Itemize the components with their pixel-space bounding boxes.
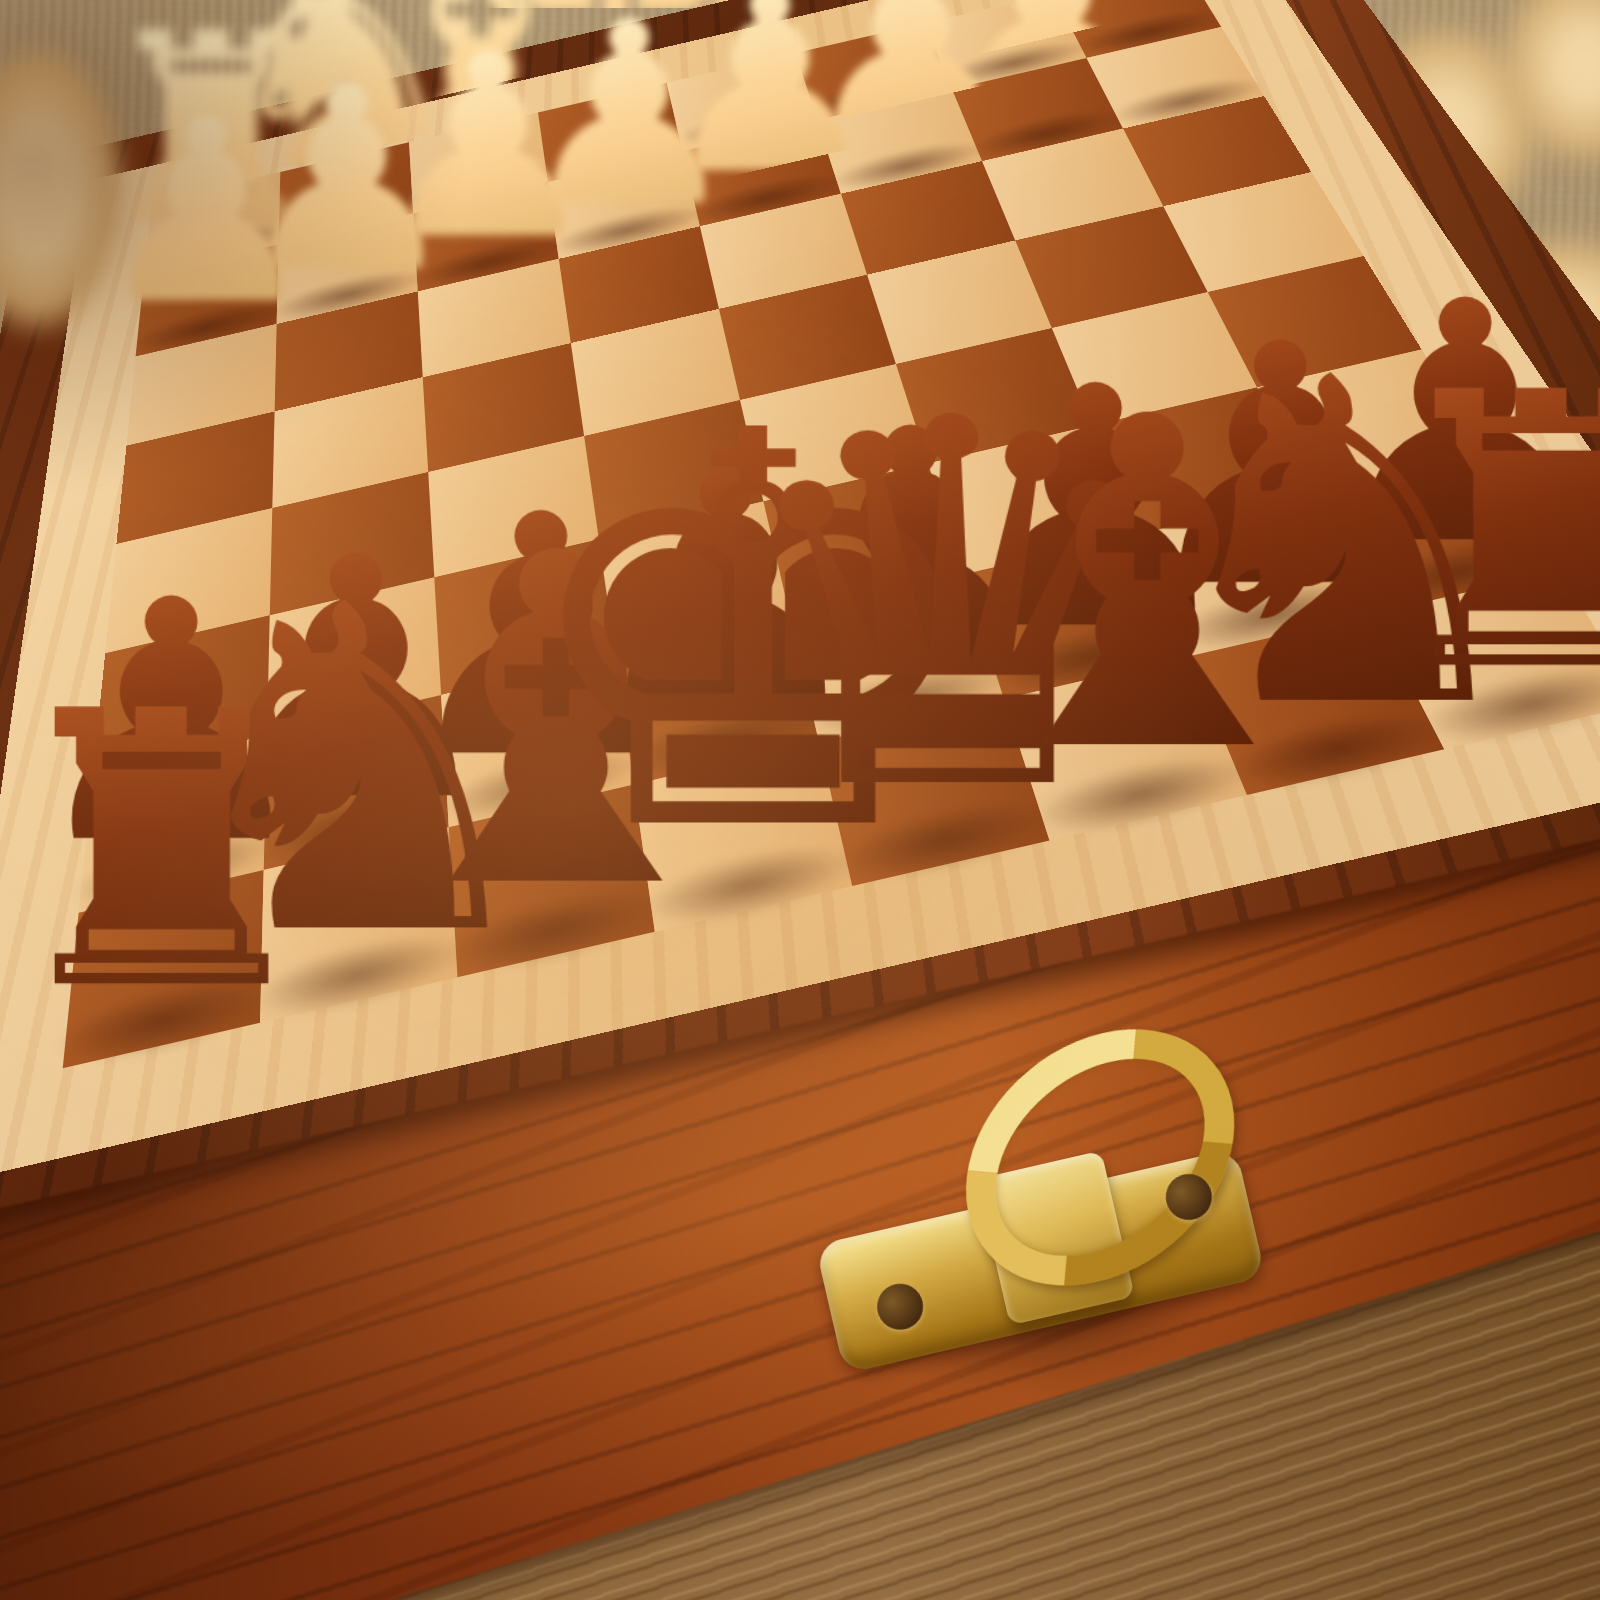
photo-scene: ♜♞♝♚♛♝♞♜♟♟♟♟♟♟♟♟♟♟♟♟♟♟♟♟♜♞♝♚♛♝♞♜ xyxy=(0,0,1600,1600)
dark-rook-a8: ♜ xyxy=(1371,344,1600,723)
square-a8: ♜ xyxy=(1374,571,1600,749)
